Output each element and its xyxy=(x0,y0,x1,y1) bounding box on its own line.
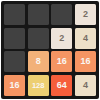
empty-cell-r0c2 xyxy=(51,4,72,25)
tile-16-r2c3: 16 xyxy=(75,51,96,72)
tile-8-r2c1: 8 xyxy=(28,51,49,72)
empty-cell-r1c1 xyxy=(28,28,49,49)
empty-cell-r1c0 xyxy=(4,28,25,49)
tile-16-r2c2: 16 xyxy=(51,51,72,72)
tile-64-r3c2: 64 xyxy=(51,75,72,96)
empty-cell-r0c1 xyxy=(28,4,49,25)
tile-16-r3c0: 16 xyxy=(4,75,25,96)
2048-board[interactable]: 2248161616128644 xyxy=(1,1,99,99)
empty-cell-r0c0 xyxy=(4,4,25,25)
empty-cell-r2c0 xyxy=(4,51,25,72)
tile-128-r3c1: 128 xyxy=(28,75,49,96)
tile-4-r1c3: 4 xyxy=(75,28,96,49)
tile-4-r3c3: 4 xyxy=(75,75,96,96)
tile-2-r1c2: 2 xyxy=(51,28,72,49)
tile-2-r0c3: 2 xyxy=(75,4,96,25)
